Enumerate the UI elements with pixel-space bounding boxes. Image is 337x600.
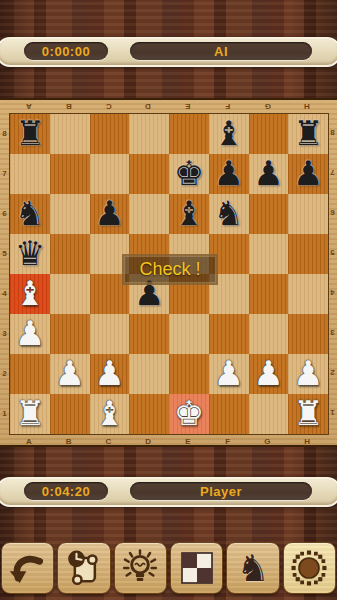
- coord-label: F: [208, 100, 248, 113]
- piece-black-pawn[interactable]: ♟: [253, 156, 283, 190]
- player-clock: 0:04:20: [24, 482, 108, 500]
- undo-arrow-icon: [8, 548, 48, 588]
- opponent-clock: 0:00:00: [24, 42, 108, 60]
- coord-label: 6: [0, 193, 9, 233]
- coord-label: 3: [328, 313, 337, 353]
- square-h8[interactable]: ♜: [288, 114, 328, 154]
- piece-black-pawn[interactable]: ♟: [94, 196, 124, 230]
- settings-knob-icon: [289, 548, 329, 588]
- chess-app-screen: 0:00:00 AI ABCDEFGH 87654321 87654321 AB…: [0, 0, 337, 600]
- coord-label: 5: [0, 233, 9, 273]
- square-b7[interactable]: [50, 154, 90, 194]
- file-labels-bottom: ABCDEFGH: [9, 434, 327, 448]
- piece-white-pawn[interactable]: ♟: [213, 356, 243, 390]
- coord-label: 8: [328, 113, 337, 153]
- coord-label: 4: [0, 273, 9, 313]
- check-banner-text: Check !: [139, 259, 200, 280]
- square-a8[interactable]: ♜: [10, 114, 50, 154]
- square-c1[interactable]: ♝: [90, 394, 130, 434]
- opponent-bar: 0:00:00 AI: [0, 37, 337, 67]
- square-b1[interactable]: [50, 394, 90, 434]
- hint-button[interactable]: [114, 542, 167, 594]
- piece-black-rook[interactable]: ♜: [293, 116, 323, 150]
- square-a1[interactable]: ♜: [10, 394, 50, 434]
- coord-label: 2: [328, 353, 337, 393]
- rank-labels-left: 87654321: [0, 113, 9, 433]
- piece-white-rook[interactable]: ♜: [15, 396, 45, 430]
- piece-black-pawn[interactable]: ♟: [293, 156, 323, 190]
- undo-button[interactable]: [1, 542, 54, 594]
- square-e8[interactable]: [169, 114, 209, 154]
- square-g2[interactable]: ♟: [249, 354, 289, 394]
- coord-label: 7: [328, 153, 337, 193]
- square-h1[interactable]: ♜: [288, 394, 328, 434]
- square-h5[interactable]: [288, 234, 328, 274]
- square-a2[interactable]: [10, 354, 50, 394]
- piece-white-pawn[interactable]: ♟: [94, 356, 124, 390]
- piece-black-pawn[interactable]: ♟: [213, 156, 243, 190]
- square-b5[interactable]: [50, 234, 90, 274]
- coord-label: G: [248, 434, 288, 448]
- square-b3[interactable]: [50, 314, 90, 354]
- square-a4[interactable]: ♝: [10, 274, 50, 314]
- square-e7[interactable]: ♚: [169, 154, 209, 194]
- square-a7[interactable]: [10, 154, 50, 194]
- square-b6[interactable]: [50, 194, 90, 234]
- square-a3[interactable]: ♟: [10, 314, 50, 354]
- coord-label: 1: [0, 393, 9, 433]
- piece-white-pawn[interactable]: ♟: [253, 356, 283, 390]
- check-banner: Check !: [122, 254, 218, 285]
- player-clock-value: 0:04:20: [42, 484, 90, 499]
- piece-white-king[interactable]: ♚: [174, 396, 204, 430]
- square-e1[interactable]: ♚: [169, 394, 209, 434]
- piece-black-bishop[interactable]: ♝: [174, 196, 204, 230]
- piece-black-knight[interactable]: ♞: [15, 196, 45, 230]
- piece-black-knight[interactable]: ♞: [213, 196, 243, 230]
- square-g3[interactable]: [249, 314, 289, 354]
- square-c3[interactable]: [90, 314, 130, 354]
- square-f2[interactable]: ♟: [209, 354, 249, 394]
- coord-label: 1: [328, 393, 337, 433]
- coord-label: E: [168, 434, 208, 448]
- square-g7[interactable]: ♟: [249, 154, 289, 194]
- square-e3[interactable]: [169, 314, 209, 354]
- coord-label: 8: [0, 113, 9, 153]
- board-style-button[interactable]: [170, 542, 223, 594]
- square-e6[interactable]: ♝: [169, 194, 209, 234]
- square-f8[interactable]: ♝: [209, 114, 249, 154]
- square-h7[interactable]: ♟: [288, 154, 328, 194]
- square-e2[interactable]: [169, 354, 209, 394]
- square-g8[interactable]: [249, 114, 289, 154]
- coord-label: A: [9, 434, 49, 448]
- square-d2[interactable]: [129, 354, 169, 394]
- toolbar: ♞: [1, 542, 336, 594]
- piece-white-bishop[interactable]: ♝: [94, 396, 124, 430]
- settings-button[interactable]: [283, 542, 336, 594]
- piece-black-queen[interactable]: ♛: [15, 236, 45, 270]
- coord-label: B: [49, 100, 89, 113]
- square-d3[interactable]: [129, 314, 169, 354]
- square-f1[interactable]: [209, 394, 249, 434]
- square-b8[interactable]: [50, 114, 90, 154]
- square-b2[interactable]: ♟: [50, 354, 90, 394]
- player-name-plate: Player: [130, 482, 312, 500]
- pieces-button[interactable]: ♞: [226, 542, 279, 594]
- knight-icon: ♞: [236, 550, 269, 587]
- square-g5[interactable]: [249, 234, 289, 274]
- file-labels-top: ABCDEFGH: [9, 100, 327, 113]
- scroll-clock-icon: [64, 548, 104, 588]
- coord-label: 6: [328, 193, 337, 233]
- square-f6[interactable]: ♞: [209, 194, 249, 234]
- square-d1[interactable]: [129, 394, 169, 434]
- coord-label: 7: [0, 153, 9, 193]
- piece-white-pawn[interactable]: ♟: [293, 356, 323, 390]
- coord-label: 2: [0, 353, 9, 393]
- coord-label: 5: [328, 233, 337, 273]
- piece-white-pawn[interactable]: ♟: [15, 316, 45, 350]
- opponent-name: AI: [214, 44, 228, 59]
- coord-label: E: [168, 100, 208, 113]
- square-b4[interactable]: [50, 274, 90, 314]
- lightbulb-icon: [120, 548, 160, 588]
- piece-white-bishop[interactable]: ♝: [15, 276, 45, 310]
- square-c8[interactable]: [90, 114, 130, 154]
- square-a5[interactable]: ♛: [10, 234, 50, 274]
- square-d8[interactable]: [129, 114, 169, 154]
- piece-black-bishop[interactable]: ♝: [213, 116, 243, 150]
- square-h4[interactable]: [288, 274, 328, 314]
- coord-label: H: [287, 100, 327, 113]
- coord-label: C: [89, 100, 129, 113]
- coord-label: B: [49, 434, 89, 448]
- piece-black-rook[interactable]: ♜: [15, 116, 45, 150]
- player-bar: 0:04:20 Player: [0, 477, 337, 507]
- piece-black-king[interactable]: ♚: [174, 156, 204, 190]
- coord-label: 3: [0, 313, 9, 353]
- square-f3[interactable]: [209, 314, 249, 354]
- square-a6[interactable]: ♞: [10, 194, 50, 234]
- square-c6[interactable]: ♟: [90, 194, 130, 234]
- square-g1[interactable]: [249, 394, 289, 434]
- square-h6[interactable]: [288, 194, 328, 234]
- square-h3[interactable]: [288, 314, 328, 354]
- piece-white-pawn[interactable]: ♟: [54, 356, 84, 390]
- square-d6[interactable]: [129, 194, 169, 234]
- square-g6[interactable]: [249, 194, 289, 234]
- coord-label: C: [89, 434, 129, 448]
- rank-labels-right: 87654321: [328, 113, 337, 433]
- coord-label: D: [128, 434, 168, 448]
- coord-label: G: [248, 100, 288, 113]
- square-h2[interactable]: ♟: [288, 354, 328, 394]
- coord-label: F: [208, 434, 248, 448]
- square-c2[interactable]: ♟: [90, 354, 130, 394]
- moves-list-button[interactable]: [57, 542, 110, 594]
- coord-label: D: [128, 100, 168, 113]
- square-d7[interactable]: [129, 154, 169, 194]
- coord-label: H: [287, 434, 327, 448]
- coord-label: A: [9, 100, 49, 113]
- coord-label: 4: [328, 273, 337, 313]
- square-f7[interactable]: ♟: [209, 154, 249, 194]
- opponent-name-plate: AI: [130, 42, 312, 60]
- square-g4[interactable]: [249, 274, 289, 314]
- piece-white-rook[interactable]: ♜: [293, 396, 323, 430]
- opponent-clock-value: 0:00:00: [42, 44, 90, 59]
- checkerboard-icon: [177, 548, 217, 588]
- square-c7[interactable]: [90, 154, 130, 194]
- player-name: Player: [200, 484, 242, 499]
